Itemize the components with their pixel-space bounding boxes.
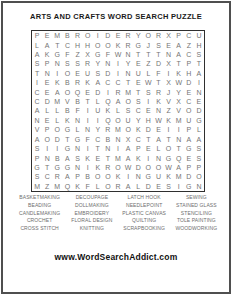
grid-cell: T bbox=[83, 97, 93, 106]
grid-cell: I bbox=[52, 69, 62, 78]
grid-cell: D bbox=[194, 106, 204, 115]
grid-cell: K bbox=[83, 78, 93, 87]
page-title: ARTS AND CRAFTS WORD SEARCH PUZZLE bbox=[3, 12, 229, 21]
grid-cell: V bbox=[32, 125, 42, 134]
grid-cell: Z bbox=[72, 50, 82, 59]
puzzle-page: ARTS AND CRAFTS WORD SEARCH PUZZLE PEMBR… bbox=[1, 1, 231, 294]
grid-cell: E bbox=[184, 153, 194, 162]
grid-cell: G bbox=[194, 116, 204, 125]
grid-cell: N bbox=[133, 172, 143, 181]
grid-cell: I bbox=[174, 182, 184, 191]
grid-cell: U bbox=[153, 172, 163, 181]
grid-cell: O bbox=[123, 97, 133, 106]
grid-cell: S bbox=[143, 87, 153, 96]
grid-cell: P bbox=[32, 153, 42, 162]
grid-cell: K bbox=[93, 163, 103, 172]
grid-cell: G bbox=[164, 153, 174, 162]
grid-cell: W bbox=[123, 163, 133, 172]
grid-cell: D bbox=[153, 59, 163, 68]
grid-cell: N bbox=[123, 50, 133, 59]
grid-cell: A bbox=[93, 78, 103, 87]
grid-cell: X bbox=[164, 78, 174, 87]
grid-cell: K bbox=[153, 97, 163, 106]
grid-cell: A bbox=[62, 172, 72, 181]
grid-cell: I bbox=[113, 59, 123, 68]
grid-cell: A bbox=[184, 135, 194, 144]
grid-cell: B bbox=[62, 31, 72, 40]
grid-cell: D bbox=[143, 182, 153, 191]
word-item: DECOUPAGE bbox=[67, 194, 116, 202]
word-item: BASKETMAKING bbox=[15, 194, 64, 202]
grid-cell: P bbox=[42, 125, 52, 134]
grid-cell: A bbox=[174, 40, 184, 49]
grid-cell: L bbox=[93, 97, 103, 106]
grid-cell: D bbox=[42, 97, 52, 106]
word-list-column-3: LATCH HOOKNEEDLEPOINTPLASTIC CANVASQUILT… bbox=[120, 194, 169, 233]
grid-cell: I bbox=[123, 172, 133, 181]
word-item: BEADING bbox=[15, 202, 64, 210]
grid-cell: E bbox=[184, 87, 194, 96]
grid-cell: L bbox=[113, 106, 123, 115]
grid-cell: M bbox=[52, 31, 62, 40]
grid-cell: D bbox=[184, 172, 194, 181]
grid-cell: F bbox=[83, 135, 93, 144]
grid-cell: Y bbox=[93, 59, 103, 68]
grid-cell: G bbox=[62, 144, 72, 153]
grid-cell: E bbox=[42, 31, 52, 40]
grid-cell: N bbox=[103, 144, 113, 153]
word-list-column-2: DECOUPAGEDOLLMAKINGEMBROIDERYFLORAL DESI… bbox=[67, 194, 116, 233]
grid-cell: T bbox=[194, 59, 204, 68]
grid-cell: P bbox=[42, 59, 52, 68]
grid-cell: S bbox=[32, 59, 42, 68]
grid-cell: K bbox=[42, 50, 52, 59]
grid-cell: R bbox=[72, 78, 82, 87]
grid-cell: P bbox=[184, 163, 194, 172]
grid-cell: S bbox=[93, 69, 103, 78]
grid-cell: W bbox=[153, 116, 163, 125]
grid-cell: O bbox=[143, 31, 153, 40]
grid-cell: N bbox=[113, 135, 123, 144]
grid-cell: M bbox=[113, 125, 123, 134]
grid-cell: R bbox=[103, 163, 113, 172]
grid-cell: I bbox=[113, 144, 123, 153]
grid-cell: P bbox=[184, 125, 194, 134]
grid-cell: C bbox=[113, 78, 123, 87]
grid-cell: T bbox=[62, 135, 72, 144]
grid-cell: N bbox=[72, 163, 82, 172]
grid-cell: I bbox=[103, 87, 113, 96]
grid-cell: M bbox=[174, 172, 184, 181]
word-item: KNITTING bbox=[67, 225, 116, 233]
grid-cell: C bbox=[133, 106, 143, 115]
grid-cell: G bbox=[52, 163, 62, 172]
grid-cell: U bbox=[123, 116, 133, 125]
grid-cell: I bbox=[164, 125, 174, 134]
grid-cell: O bbox=[62, 87, 72, 96]
word-list-column-4: SEWINGSTAINED GLASSSTENCILINGTOLE PAINTI… bbox=[172, 194, 221, 233]
grid-cell: A bbox=[174, 50, 184, 59]
letter-grid: PEMBROIDERYORXPCULATCHHOOKRGJSEAZHAKGFZX… bbox=[31, 30, 205, 192]
grid-cell: I bbox=[174, 125, 184, 134]
word-item: DOLLMAKING bbox=[67, 202, 116, 210]
grid-cell: I bbox=[83, 144, 93, 153]
grid-cell: I bbox=[83, 163, 93, 172]
grid-cell: Y bbox=[93, 125, 103, 134]
grid-cell: L bbox=[153, 144, 163, 153]
grid-cell: T bbox=[133, 87, 143, 96]
grid-cell: O bbox=[164, 144, 174, 153]
grid-cell: I bbox=[93, 31, 103, 40]
grid-cell: B bbox=[103, 135, 113, 144]
grid-cell: L bbox=[133, 182, 143, 191]
word-item: PLASTIC CANVAS bbox=[120, 210, 169, 218]
grid-cell: L bbox=[42, 106, 52, 115]
grid-cell: C bbox=[184, 31, 194, 40]
grid-cell: N bbox=[153, 153, 163, 162]
grid-cell: G bbox=[32, 163, 42, 172]
grid-cell: Y bbox=[133, 116, 143, 125]
grid-cell: O bbox=[103, 172, 113, 181]
grid-cell: U bbox=[93, 106, 103, 115]
grid-cell: O bbox=[153, 163, 163, 172]
grid-cell: N bbox=[194, 182, 204, 191]
grid-cell: T bbox=[174, 144, 184, 153]
grid-cell: C bbox=[133, 135, 143, 144]
grid-cell: F bbox=[62, 50, 72, 59]
word-item: SEWING bbox=[172, 194, 221, 202]
grid-cell: S bbox=[32, 144, 42, 153]
grid-cell: O bbox=[123, 125, 133, 134]
grid-cell: L bbox=[32, 40, 42, 49]
grid-cell: K bbox=[83, 153, 93, 162]
grid-cell: G bbox=[52, 50, 62, 59]
word-list-column-1: BASKETMAKINGBEADINGCANDLEMAKINGCROCHETCR… bbox=[15, 194, 64, 233]
grid-cell: T bbox=[42, 163, 52, 172]
grid-cell: P bbox=[194, 163, 204, 172]
grid-cell: O bbox=[93, 40, 103, 49]
grid-cell: O bbox=[103, 182, 113, 191]
grid-cell: T bbox=[164, 135, 174, 144]
grid-cell: I bbox=[32, 78, 42, 87]
grid-cell: H bbox=[83, 40, 93, 49]
grid-cell: W bbox=[174, 78, 184, 87]
word-item: CANDLEMAKING bbox=[15, 210, 64, 218]
grid-cell: Q bbox=[103, 97, 113, 106]
word-item: SCRAPBOOKING bbox=[120, 225, 169, 233]
grid-cell: O bbox=[184, 106, 194, 115]
grid-cell: W bbox=[113, 50, 123, 59]
grid-cell: P bbox=[32, 31, 42, 40]
grid-cell: P bbox=[133, 144, 143, 153]
grid-cell: Q bbox=[62, 182, 72, 191]
grid-cell: U bbox=[83, 69, 93, 78]
grid-cell: F bbox=[72, 106, 82, 115]
grid-cell: S bbox=[72, 59, 82, 68]
grid-cell: I bbox=[194, 78, 204, 87]
grid-cell: W bbox=[143, 78, 153, 87]
grid-cell: I bbox=[83, 106, 93, 115]
grid-cell: P bbox=[174, 31, 184, 40]
grid-cell: R bbox=[153, 87, 163, 96]
word-item: STENCILING bbox=[172, 210, 221, 218]
word-item: STAINED GLASS bbox=[172, 202, 221, 210]
word-item: QUILTING bbox=[120, 217, 169, 225]
grid-cell: R bbox=[103, 125, 113, 134]
grid-cell: B bbox=[52, 153, 62, 162]
grid-cell: I bbox=[143, 97, 153, 106]
word-item: WOODWORKING bbox=[172, 225, 221, 233]
grid-cell: E bbox=[194, 97, 204, 106]
grid-cell: T bbox=[103, 153, 113, 162]
grid-cell: Z bbox=[42, 182, 52, 191]
word-item: CROSS STITCH bbox=[15, 225, 64, 233]
grid-cell: A bbox=[52, 87, 62, 96]
grid-cell: C bbox=[62, 40, 72, 49]
grid-cell: V bbox=[164, 97, 174, 106]
grid-cell: S bbox=[194, 153, 204, 162]
grid-cell: J bbox=[143, 40, 153, 49]
grid-cell: E bbox=[153, 125, 163, 134]
grid-cell: L bbox=[93, 182, 103, 191]
grid-cell: O bbox=[143, 163, 153, 172]
grid-cell: W bbox=[164, 163, 174, 172]
grid-cell: E bbox=[42, 116, 52, 125]
grid-cell: N bbox=[194, 87, 204, 96]
word-item: FLORAL DESIGN bbox=[67, 217, 116, 225]
grid-cell: H bbox=[72, 40, 82, 49]
grid-cell: S bbox=[123, 106, 133, 115]
grid-cell: A bbox=[62, 153, 72, 162]
grid-cell: R bbox=[113, 182, 123, 191]
grid-cell: G bbox=[62, 125, 72, 134]
grid-cell: S bbox=[164, 182, 174, 191]
grid-cell: I bbox=[113, 69, 123, 78]
grid-cell: A bbox=[123, 182, 133, 191]
word-list: BASKETMAKINGBEADINGCANDLEMAKINGCROCHETCR… bbox=[15, 194, 221, 233]
grid-cell: T bbox=[32, 69, 42, 78]
grid-cell: A bbox=[123, 153, 133, 162]
grid-cell: K bbox=[62, 116, 72, 125]
grid-cell: M bbox=[52, 97, 62, 106]
grid-cell: G bbox=[143, 172, 153, 181]
grid-cell: Y bbox=[123, 59, 133, 68]
grid-cell: X bbox=[164, 31, 174, 40]
grid-cell: Y bbox=[133, 31, 143, 40]
grid-cell: I bbox=[42, 144, 52, 153]
grid-cell: H bbox=[194, 40, 204, 49]
grid-cell: L bbox=[72, 125, 82, 134]
grid-cell: E bbox=[143, 106, 153, 115]
grid-cell: L bbox=[52, 116, 62, 125]
grid-cell: M bbox=[123, 87, 133, 96]
grid-cell: A bbox=[32, 50, 42, 59]
grid-cell: S bbox=[133, 97, 143, 106]
grid-cell: C bbox=[32, 97, 42, 106]
grid-cell: I bbox=[164, 69, 174, 78]
grid-cell: E bbox=[113, 31, 123, 40]
grid-cell: A bbox=[32, 135, 42, 144]
word-item: NEEDLEPOINT bbox=[120, 202, 169, 210]
grid-cell: D bbox=[184, 78, 194, 87]
word-item: CROCHET bbox=[15, 217, 64, 225]
grid-cell: N bbox=[72, 116, 82, 125]
grid-cell: N bbox=[123, 69, 133, 78]
grid-cell: I bbox=[52, 144, 62, 153]
grid-cell: M bbox=[113, 153, 123, 162]
grid-cell: O bbox=[42, 135, 52, 144]
grid-cell: D bbox=[93, 87, 103, 96]
grid-cell: R bbox=[153, 31, 163, 40]
grid-cell: A bbox=[174, 163, 184, 172]
grid-cell: R bbox=[72, 31, 82, 40]
grid-cell: K bbox=[113, 172, 123, 181]
grid-cell: X bbox=[123, 135, 133, 144]
grid-cell: S bbox=[72, 153, 82, 162]
grid-cell: C bbox=[103, 78, 113, 87]
grid-cell: S bbox=[194, 144, 204, 153]
grid-cell: L bbox=[52, 106, 62, 115]
grid-cell: P bbox=[184, 59, 194, 68]
grid-cell: D bbox=[143, 125, 153, 134]
grid-cell: N bbox=[83, 125, 93, 134]
grid-cell: H bbox=[184, 69, 194, 78]
word-item: TOLE PAINTING bbox=[172, 217, 221, 225]
grid-cell: E bbox=[72, 69, 82, 78]
grid-cell: E bbox=[143, 144, 153, 153]
grid-cell: E bbox=[133, 78, 143, 87]
grid-cell: A bbox=[42, 40, 52, 49]
grid-cell: O bbox=[83, 31, 93, 40]
grid-cell: O bbox=[93, 172, 103, 181]
grid-cell: R bbox=[83, 59, 93, 68]
grid-cell: K bbox=[133, 153, 143, 162]
grid-cell: C bbox=[184, 50, 194, 59]
grid-cell: E bbox=[42, 87, 52, 96]
grid-cell: N bbox=[42, 153, 52, 162]
grid-cell: E bbox=[42, 78, 52, 87]
grid-cell: T bbox=[174, 59, 184, 68]
grid-cell: P bbox=[72, 172, 82, 181]
grid-cell: X bbox=[83, 50, 93, 59]
grid-cell: O bbox=[113, 163, 123, 172]
grid-cell: O bbox=[62, 69, 72, 78]
grid-cell: T bbox=[143, 50, 153, 59]
grid-cell: Z bbox=[143, 59, 153, 68]
grid-cell: I bbox=[93, 116, 103, 125]
grid-cell: L bbox=[143, 69, 153, 78]
grid-cell: F bbox=[83, 182, 93, 191]
grid-cell: N bbox=[103, 59, 113, 68]
grid-cell: G bbox=[184, 144, 194, 153]
grid-cell: T bbox=[93, 144, 103, 153]
grid-cell: A bbox=[32, 106, 42, 115]
grid-cell: K bbox=[174, 69, 184, 78]
grid-cell: U bbox=[133, 69, 143, 78]
grid-cell: E bbox=[153, 182, 163, 191]
grid-cell: D bbox=[103, 31, 113, 40]
grid-cell: A bbox=[194, 135, 204, 144]
grid-cell: J bbox=[164, 87, 174, 96]
grid-cell: C bbox=[32, 87, 42, 96]
grid-cell: T bbox=[52, 40, 62, 49]
grid-cell: O bbox=[113, 116, 123, 125]
grid-cell: U bbox=[184, 116, 194, 125]
grid-cell: N bbox=[164, 50, 174, 59]
grid-cell: G bbox=[62, 163, 72, 172]
grid-cell: Q bbox=[103, 116, 113, 125]
grid-cell: X bbox=[174, 97, 184, 106]
grid-cell: C bbox=[184, 97, 194, 106]
grid-cell: L bbox=[194, 125, 204, 134]
grid-cell: G bbox=[133, 40, 143, 49]
grid-cell: I bbox=[83, 116, 93, 125]
grid-cell: T bbox=[153, 50, 163, 59]
grid-cell: M bbox=[52, 182, 62, 191]
grid-cell: K bbox=[72, 182, 82, 191]
grid-cell: V bbox=[174, 106, 184, 115]
grid-cell: A bbox=[123, 144, 133, 153]
grid-cell: N bbox=[72, 144, 82, 153]
grid-cell: N bbox=[42, 69, 52, 78]
grid-cell: T bbox=[143, 135, 153, 144]
grid-cell: K bbox=[133, 125, 143, 134]
grid-cell: T bbox=[153, 78, 163, 87]
grid-cell: X bbox=[164, 59, 174, 68]
grid-cell: E bbox=[93, 153, 103, 162]
grid-cell: B bbox=[62, 78, 72, 87]
grid-cell: V bbox=[62, 97, 72, 106]
grid-cell: N bbox=[52, 59, 62, 68]
grid-cell: K bbox=[113, 40, 123, 49]
grid-cell: N bbox=[32, 116, 42, 125]
footer-url[interactable]: www.WordSearchAddict.com bbox=[3, 252, 229, 262]
grid-cell: B bbox=[62, 106, 72, 115]
grid-cell: S bbox=[194, 50, 204, 59]
grid-cell: K bbox=[103, 106, 113, 115]
grid-cell: F bbox=[103, 50, 113, 59]
grid-cell: M bbox=[32, 182, 42, 191]
grid-cell: G bbox=[93, 50, 103, 59]
grid-cell: R bbox=[52, 172, 62, 181]
grid-cell: Y bbox=[174, 87, 184, 96]
grid-cell: N bbox=[174, 135, 184, 144]
grid-cell: T bbox=[133, 50, 143, 59]
grid-cell: U bbox=[194, 31, 204, 40]
grid-cell: Z bbox=[184, 40, 194, 49]
grid-cell: O bbox=[52, 125, 62, 134]
grid-cell: B bbox=[83, 172, 93, 181]
grid-cell: K bbox=[164, 116, 174, 125]
grid-cell: D bbox=[52, 135, 62, 144]
grid-cell: R bbox=[123, 31, 133, 40]
grid-cell: D bbox=[133, 163, 143, 172]
grid-cell: R bbox=[113, 87, 123, 96]
grid-cell: Q bbox=[72, 87, 82, 96]
grid-cell: N bbox=[153, 106, 163, 115]
grid-cell: K bbox=[52, 78, 62, 87]
grid-cell: T bbox=[123, 78, 133, 87]
grid-cell: M bbox=[174, 116, 184, 125]
grid-cell: D bbox=[103, 69, 113, 78]
grid-cell: K bbox=[164, 172, 174, 181]
grid-cell: E bbox=[164, 40, 174, 49]
grid-cell: E bbox=[83, 87, 93, 96]
grid-cell: B bbox=[72, 97, 82, 106]
grid-cell: G bbox=[184, 182, 194, 191]
grid-cell: A bbox=[153, 135, 163, 144]
grid-cell: R bbox=[123, 40, 133, 49]
